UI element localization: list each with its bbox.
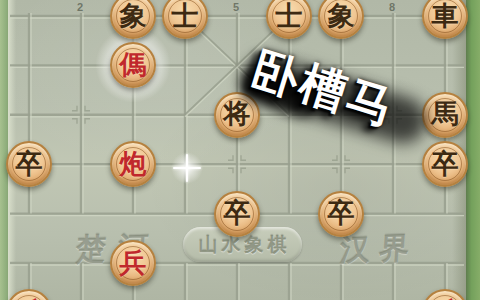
piece-character: 象: [320, 0, 362, 37]
sparkle-ray-vertical: [186, 154, 188, 182]
piece-character: 車: [424, 0, 466, 37]
file-label-2: 2: [77, 1, 83, 13]
piece-character: 士: [164, 0, 206, 37]
piece-character: 卒: [320, 193, 362, 235]
piece-character: 兵: [8, 291, 50, 300]
piece-red-soldier[interactable]: 兵: [422, 289, 468, 300]
piece-black-elephant[interactable]: 象: [318, 0, 364, 39]
piece-black-chariot[interactable]: 車: [422, 0, 468, 39]
piece-black-soldier[interactable]: 卒: [318, 191, 364, 237]
piece-red-cannon[interactable]: 炮: [110, 141, 156, 187]
piece-black-soldier[interactable]: 卒: [422, 141, 468, 187]
piece-character: 馬: [424, 94, 466, 136]
piece-character: 卒: [8, 143, 50, 185]
piece-character: 卒: [216, 193, 258, 235]
piece-black-advisor[interactable]: 士: [162, 0, 208, 39]
piece-character: 兵: [112, 242, 154, 284]
game-canvas: 2 5 8 楚河 汉界 山水象棋 象士士象車傌将馬卒炮卒卒卒兵兵兵 卧槽马: [0, 0, 480, 300]
sparkle-effect: [169, 150, 205, 186]
piece-black-soldier[interactable]: 卒: [6, 141, 52, 187]
piece-character: 傌: [112, 44, 154, 86]
piece-red-horse[interactable]: 傌: [110, 42, 156, 88]
file-label-8: 8: [389, 1, 395, 13]
file-label-5: 5: [233, 1, 239, 13]
piece-black-soldier[interactable]: 卒: [214, 191, 260, 237]
piece-character: 象: [112, 0, 154, 37]
piece-red-soldier[interactable]: 兵: [110, 240, 156, 286]
piece-black-horse[interactable]: 馬: [422, 92, 468, 138]
piece-red-soldier[interactable]: 兵: [6, 289, 52, 300]
piece-character: 炮: [112, 143, 154, 185]
piece-black-advisor[interactable]: 士: [266, 0, 312, 39]
piece-character: 士: [268, 0, 310, 37]
piece-character: 卒: [424, 143, 466, 185]
piece-black-elephant[interactable]: 象: [110, 0, 156, 39]
piece-character: 兵: [424, 291, 466, 300]
